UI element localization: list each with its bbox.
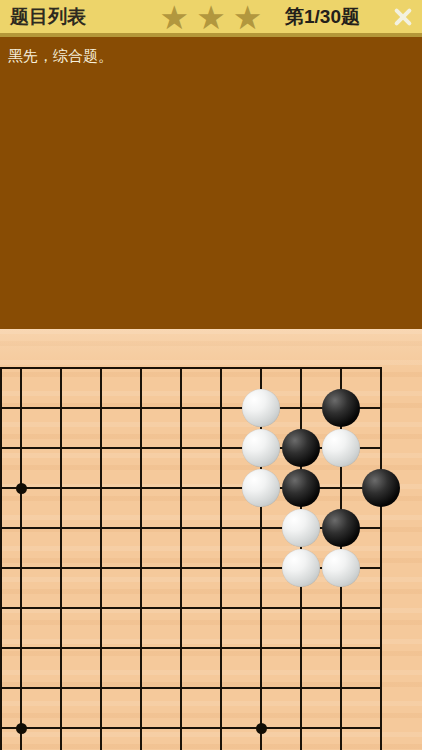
go-stone-black [362, 469, 400, 507]
grid-line-horizontal [0, 687, 382, 689]
star-point [16, 723, 27, 734]
star-point [256, 723, 267, 734]
go-stone-white [322, 429, 360, 467]
grid-line-vertical [140, 367, 142, 750]
go-stone-white [282, 549, 320, 587]
go-stone-white [242, 429, 280, 467]
go-stone-black [282, 429, 320, 467]
app-screen: 题目列表 ★★★ 第1/30题 黑先，综合题。 [0, 0, 422, 750]
go-stone-white [242, 389, 280, 427]
go-stone-white [322, 549, 360, 587]
problem-panel: 黑先，综合题。 [0, 37, 422, 329]
star-point [16, 483, 27, 494]
problem-list-button[interactable]: 题目列表 [10, 4, 86, 30]
grid-clip-edge-line [0, 367, 2, 750]
close-button[interactable] [391, 5, 415, 29]
grid-line-horizontal [0, 727, 382, 729]
problem-description: 黑先，综合题。 [8, 47, 113, 66]
difficulty-stars: ★★★ [160, 0, 263, 33]
grid-line-horizontal [0, 487, 382, 489]
header-bar: 题目列表 ★★★ 第1/30题 [0, 0, 422, 33]
grid-line-horizontal [0, 607, 382, 609]
grid-line-horizontal [0, 367, 382, 369]
go-stone-white [282, 509, 320, 547]
problem-counter: 第1/30题 [285, 4, 360, 30]
grid-line-vertical [20, 367, 22, 750]
go-stone-black [322, 389, 360, 427]
grid-line-vertical [180, 367, 182, 750]
go-board[interactable] [0, 329, 422, 750]
grid-line-vertical [60, 367, 62, 750]
go-stone-white [242, 469, 280, 507]
star-icon: ★ [196, 0, 226, 33]
grid-line-horizontal [0, 647, 382, 649]
star-icon: ★ [233, 0, 263, 33]
go-stone-black [282, 469, 320, 507]
grid-line-vertical [380, 367, 382, 750]
star-icon: ★ [160, 0, 190, 33]
grid-line-vertical [100, 367, 102, 750]
go-stone-black [322, 509, 360, 547]
grid-line-vertical [220, 367, 222, 750]
